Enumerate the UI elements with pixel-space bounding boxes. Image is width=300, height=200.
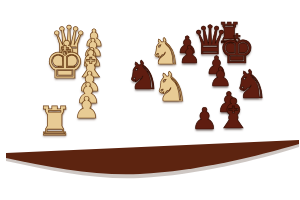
white-rook: ♜ xyxy=(36,101,72,141)
white-pawn: ♟ xyxy=(73,93,100,123)
white-knight: ♞ xyxy=(153,67,189,108)
black-bishop: ♝ xyxy=(215,93,252,135)
black-pawn: ♟ xyxy=(191,104,218,134)
pieces-layer: ♚♛♜♝♝♞♞♟♟♟♟♟♟♜♛♚♞♞♝♟♟♟♟♟♟ xyxy=(0,0,300,200)
chess-set-photo: ♚♛♜♝♝♞♞♟♟♟♟♟♟♜♛♚♞♞♝♟♟♟♟♟♟ xyxy=(0,0,300,200)
